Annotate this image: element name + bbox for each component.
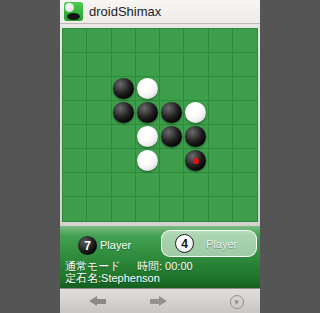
board-cell[interactable] [160,29,184,53]
board-cell[interactable] [184,53,208,77]
board-cell[interactable] [87,173,111,197]
board-cell[interactable] [233,77,257,101]
board-cell[interactable] [209,101,233,125]
app-icon [64,2,83,21]
board-cell[interactable] [184,29,208,53]
white-disc [137,150,158,171]
black-disc [137,102,158,123]
board-cell[interactable] [233,101,257,125]
arrow-right-icon [150,296,167,307]
collapse-panel-button[interactable]: ▾ [228,289,245,313]
board-cell[interactable] [87,101,111,125]
arrow-left-icon [89,296,106,307]
board-cell[interactable] [63,101,87,125]
board-cell[interactable] [209,29,233,53]
board-cell[interactable] [63,173,87,197]
board-cell[interactable] [112,173,136,197]
black-disc [185,126,206,147]
app-title: droidShimax [89,4,161,19]
board-cell[interactable] [63,125,87,149]
white-disc-icon [65,3,74,12]
white-turn-indicator: 4 Player [161,230,257,257]
board-cell[interactable] [233,29,257,53]
board-cell[interactable] [136,77,160,101]
board-cell[interactable] [209,149,233,173]
board-cell[interactable] [63,197,87,221]
redo-move-button[interactable] [147,289,169,313]
board-cell[interactable] [63,53,87,77]
board-cell[interactable] [184,173,208,197]
black-disc [185,150,206,171]
black-disc-icon [67,13,80,20]
board-cell[interactable] [87,77,111,101]
black-score: 7 [84,239,91,253]
board-cell[interactable] [87,125,111,149]
board-cell[interactable] [209,197,233,221]
board-cell[interactable] [63,77,87,101]
board-cell[interactable] [160,101,184,125]
board-cell[interactable] [87,53,111,77]
board-cell[interactable] [184,125,208,149]
board-cell[interactable] [209,53,233,77]
app-screen: droidShimax 7 Player 4 Player 通常モード 時間: … [60,0,260,313]
white-disc [185,102,206,123]
white-score-disc: 4 [175,234,194,253]
board-cell[interactable] [136,101,160,125]
board-cell[interactable] [233,197,257,221]
opening-name-label: 定石名:Stephenson [65,271,160,286]
black-disc [161,102,182,123]
bottom-toolbar: ▾ [60,288,260,313]
white-disc [137,126,158,147]
board-cell[interactable] [136,29,160,53]
board-frame [60,24,260,226]
board-cell[interactable] [112,77,136,101]
board-cell[interactable] [160,197,184,221]
board-cell[interactable] [112,29,136,53]
black-disc [161,126,182,147]
white-score: 4 [181,237,188,251]
board-cell[interactable] [184,197,208,221]
board-cell[interactable] [136,149,160,173]
board-cell[interactable] [136,173,160,197]
black-disc [113,102,134,123]
board-cell[interactable] [184,77,208,101]
white-disc [137,78,158,99]
board-cell[interactable] [87,197,111,221]
board-cell[interactable] [209,173,233,197]
board [62,28,258,222]
board-cell[interactable] [112,149,136,173]
board-cell[interactable] [160,149,184,173]
undo-move-button[interactable] [86,289,108,313]
board-cell[interactable] [136,53,160,77]
status-panel: 7 Player 4 Player 通常モード 時間: 00:00 定石名:St… [60,226,260,288]
board-cell[interactable] [136,197,160,221]
board-cell[interactable] [112,125,136,149]
board-cell[interactable] [87,29,111,53]
last-move-marker [193,158,199,164]
black-player-label: Player [100,239,131,251]
chevron-down-circle-icon: ▾ [230,295,244,309]
board-cell[interactable] [160,77,184,101]
board-cell[interactable] [87,149,111,173]
board-cell[interactable] [184,101,208,125]
board-cell[interactable] [160,53,184,77]
board-cell[interactable] [63,149,87,173]
board-cell[interactable] [233,173,257,197]
board-cell[interactable] [160,125,184,149]
white-player-label: Player [206,238,237,250]
board-cell[interactable] [209,77,233,101]
title-bar: droidShimax [60,0,260,24]
black-score-disc: 7 [78,236,97,255]
board-cell[interactable] [112,53,136,77]
board-cell[interactable] [233,53,257,77]
black-disc [113,78,134,99]
board-cell[interactable] [233,149,257,173]
board-cell[interactable] [112,101,136,125]
board-cell[interactable] [160,173,184,197]
board-cell[interactable] [184,149,208,173]
board-cell[interactable] [136,125,160,149]
board-cell[interactable] [233,125,257,149]
board-cell[interactable] [112,197,136,221]
board-cell[interactable] [209,125,233,149]
board-cell[interactable] [63,29,87,53]
